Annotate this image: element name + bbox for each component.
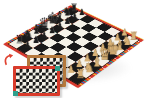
corner-accent xyxy=(55,66,60,71)
inset-board-chess-side xyxy=(13,66,60,96)
wood-rook-piece: ♜ xyxy=(128,31,140,42)
product-photo-canvas: ♜♞♝♛♚♝♞♜♟♟♟♟♟♟♟♟♟♟♟♟♟♟♟♟♜♞♝♛♚♝♞♜ xyxy=(0,0,150,98)
corner-accent xyxy=(13,91,18,96)
reversible-board-inset xyxy=(0,50,72,98)
flip-arrow-icon xyxy=(2,51,17,67)
